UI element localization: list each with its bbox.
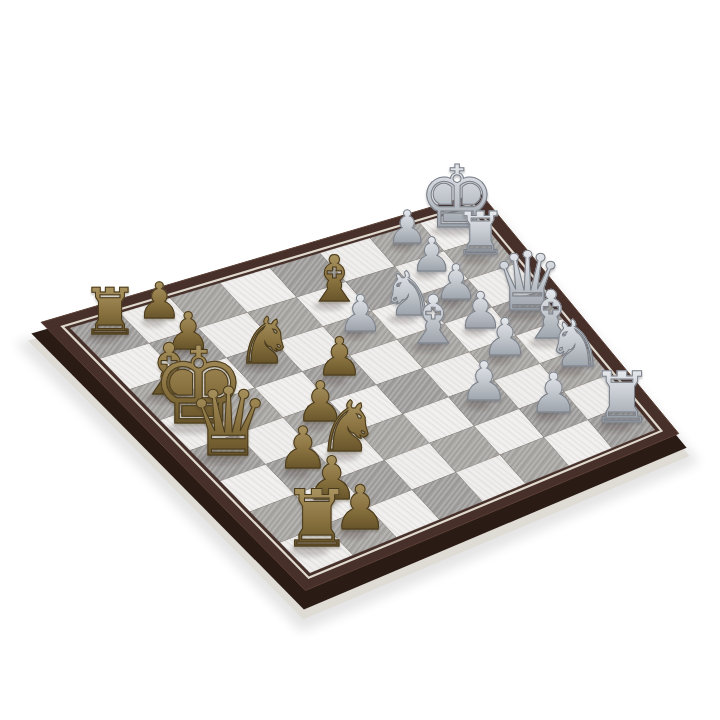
piece-shadow (598, 422, 632, 432)
piece-shadow (301, 421, 328, 431)
piece-shadow (439, 299, 462, 308)
piece-shadow (282, 468, 310, 478)
piece-shadow (146, 394, 180, 404)
piece-shadow (199, 454, 244, 464)
piece-shadow (325, 451, 359, 461)
piece-shadow (391, 243, 413, 251)
piece-shadow (415, 271, 438, 279)
piece-shadow (461, 255, 489, 263)
piece-shadow (487, 355, 512, 364)
piece-shadow (170, 348, 195, 357)
piece-shadow (529, 339, 561, 348)
piece-shadow (339, 528, 368, 539)
piece-shadow (553, 367, 584, 376)
piece-shadow (502, 311, 541, 320)
piece-shadow (342, 331, 366, 340)
piece-shadow (388, 315, 417, 324)
piece-shadow (534, 412, 560, 422)
piece-shadow (311, 498, 340, 509)
piece-shadow (463, 327, 487, 336)
piece-shadow (321, 376, 346, 385)
piece-shadow (465, 400, 491, 410)
piece-shadow (291, 545, 329, 556)
product-photo-scene: ♚♟♜♟♟♝♛♞♟♟♟♜♝♝♟♟♞♞♟♝♟♟♟♜♚♞♛♟♟♟♜ (0, 0, 720, 720)
piece-shadow (243, 362, 274, 371)
piece-shadow (412, 343, 444, 352)
piece-shadow (142, 318, 166, 327)
piece-shadow (431, 228, 472, 236)
piece-shadow (167, 424, 218, 434)
piece-shadow (313, 302, 344, 311)
piece-shadow (89, 333, 120, 342)
chess-board (0, 0, 720, 720)
